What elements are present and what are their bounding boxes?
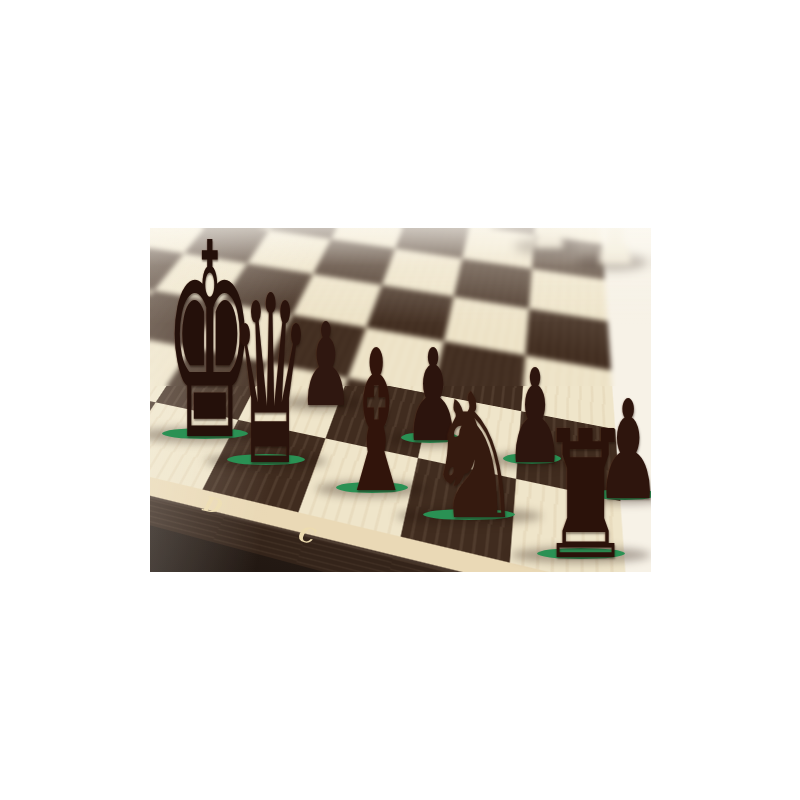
chess-set-photo: D C ♟♟ ♚♛♟♝♟♞♟♜♟: [150, 228, 651, 572]
pieces-layer: ♚♛♟♝♟♞♟♜♟: [150, 228, 651, 572]
black-rook-piece: ♜: [540, 408, 622, 573]
black-knight-piece: ♞: [426, 372, 512, 545]
black-bishop-piece: ♝: [339, 325, 405, 521]
page: D C ♟♟ ♚♛♟♝♟♞♟♜♟: [0, 0, 800, 800]
black-queen-piece: ♛: [230, 266, 302, 499]
